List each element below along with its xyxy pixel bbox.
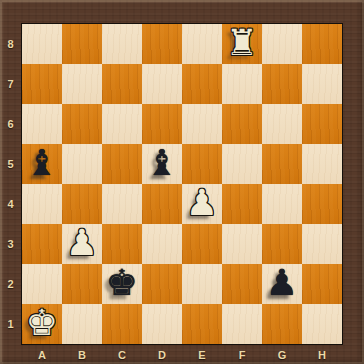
square-d4[interactable] bbox=[142, 184, 182, 224]
square-a1[interactable]: ♚ bbox=[22, 304, 62, 344]
piece-black-king[interactable]: ♚ bbox=[106, 265, 138, 301]
square-g7[interactable] bbox=[262, 64, 302, 104]
piece-black-bishop[interactable]: ♝ bbox=[146, 145, 178, 181]
square-e5[interactable] bbox=[182, 144, 222, 184]
square-d5[interactable]: ♝ bbox=[142, 144, 182, 184]
square-c2[interactable]: ♚ bbox=[102, 264, 142, 304]
square-h6[interactable] bbox=[302, 104, 342, 144]
piece-white-pawn[interactable]: ♟ bbox=[66, 225, 98, 261]
square-f4[interactable] bbox=[222, 184, 262, 224]
rank-label-1: 1 bbox=[0, 304, 21, 344]
rank-label-8: 8 bbox=[0, 24, 21, 64]
file-label-H: H bbox=[302, 345, 342, 364]
square-d7[interactable] bbox=[142, 64, 182, 104]
square-e8[interactable] bbox=[182, 24, 222, 64]
file-label-F: F bbox=[222, 345, 262, 364]
square-d6[interactable] bbox=[142, 104, 182, 144]
square-g1[interactable] bbox=[262, 304, 302, 344]
square-c8[interactable] bbox=[102, 24, 142, 64]
rank-labels: 87654321 bbox=[0, 24, 21, 344]
square-b3[interactable]: ♟ bbox=[62, 224, 102, 264]
square-a7[interactable] bbox=[22, 64, 62, 104]
square-f1[interactable] bbox=[222, 304, 262, 344]
square-h5[interactable] bbox=[302, 144, 342, 184]
chess-board-frame: 87654321 ♜♝♝♟♟♚♟♚ ABCDEFGH bbox=[0, 0, 364, 364]
square-b1[interactable] bbox=[62, 304, 102, 344]
square-a3[interactable] bbox=[22, 224, 62, 264]
square-b7[interactable] bbox=[62, 64, 102, 104]
square-c6[interactable] bbox=[102, 104, 142, 144]
square-f6[interactable] bbox=[222, 104, 262, 144]
square-g6[interactable] bbox=[262, 104, 302, 144]
square-b8[interactable] bbox=[62, 24, 102, 64]
file-label-C: C bbox=[102, 345, 142, 364]
square-b2[interactable] bbox=[62, 264, 102, 304]
square-h1[interactable] bbox=[302, 304, 342, 344]
square-d1[interactable] bbox=[142, 304, 182, 344]
square-g8[interactable] bbox=[262, 24, 302, 64]
square-a8[interactable] bbox=[22, 24, 62, 64]
rank-label-5: 5 bbox=[0, 144, 21, 184]
square-f5[interactable] bbox=[222, 144, 262, 184]
square-f8[interactable]: ♜ bbox=[222, 24, 262, 64]
piece-black-pawn[interactable]: ♟ bbox=[266, 265, 298, 301]
square-c1[interactable] bbox=[102, 304, 142, 344]
square-e2[interactable] bbox=[182, 264, 222, 304]
square-a6[interactable] bbox=[22, 104, 62, 144]
rank-label-7: 7 bbox=[0, 64, 21, 104]
rank-label-4: 4 bbox=[0, 184, 21, 224]
file-label-E: E bbox=[182, 345, 222, 364]
piece-white-king[interactable]: ♚ bbox=[26, 305, 58, 341]
square-g3[interactable] bbox=[262, 224, 302, 264]
square-f3[interactable] bbox=[222, 224, 262, 264]
file-label-G: G bbox=[262, 345, 302, 364]
rank-label-6: 6 bbox=[0, 104, 21, 144]
file-labels: ABCDEFGH bbox=[22, 345, 342, 364]
square-c3[interactable] bbox=[102, 224, 142, 264]
board: ♜♝♝♟♟♚♟♚ bbox=[21, 23, 343, 345]
square-h8[interactable] bbox=[302, 24, 342, 64]
square-f7[interactable] bbox=[222, 64, 262, 104]
square-c4[interactable] bbox=[102, 184, 142, 224]
square-e4[interactable]: ♟ bbox=[182, 184, 222, 224]
file-label-D: D bbox=[142, 345, 182, 364]
square-e1[interactable] bbox=[182, 304, 222, 344]
piece-white-rook[interactable]: ♜ bbox=[226, 25, 258, 61]
square-g5[interactable] bbox=[262, 144, 302, 184]
square-e7[interactable] bbox=[182, 64, 222, 104]
square-d3[interactable] bbox=[142, 224, 182, 264]
square-a2[interactable] bbox=[22, 264, 62, 304]
square-c5[interactable] bbox=[102, 144, 142, 184]
square-d8[interactable] bbox=[142, 24, 182, 64]
square-b5[interactable] bbox=[62, 144, 102, 184]
square-c7[interactable] bbox=[102, 64, 142, 104]
square-g2[interactable]: ♟ bbox=[262, 264, 302, 304]
square-e6[interactable] bbox=[182, 104, 222, 144]
rank-label-3: 3 bbox=[0, 224, 21, 264]
square-f2[interactable] bbox=[222, 264, 262, 304]
square-h3[interactable] bbox=[302, 224, 342, 264]
square-b6[interactable] bbox=[62, 104, 102, 144]
square-d2[interactable] bbox=[142, 264, 182, 304]
file-label-A: A bbox=[22, 345, 62, 364]
rank-label-2: 2 bbox=[0, 264, 21, 304]
square-a4[interactable] bbox=[22, 184, 62, 224]
square-a5[interactable]: ♝ bbox=[22, 144, 62, 184]
square-e3[interactable] bbox=[182, 224, 222, 264]
square-h7[interactable] bbox=[302, 64, 342, 104]
piece-white-pawn[interactable]: ♟ bbox=[186, 185, 218, 221]
square-h2[interactable] bbox=[302, 264, 342, 304]
square-b4[interactable] bbox=[62, 184, 102, 224]
square-h4[interactable] bbox=[302, 184, 342, 224]
piece-black-bishop[interactable]: ♝ bbox=[26, 145, 58, 181]
file-label-B: B bbox=[62, 345, 102, 364]
square-g4[interactable] bbox=[262, 184, 302, 224]
